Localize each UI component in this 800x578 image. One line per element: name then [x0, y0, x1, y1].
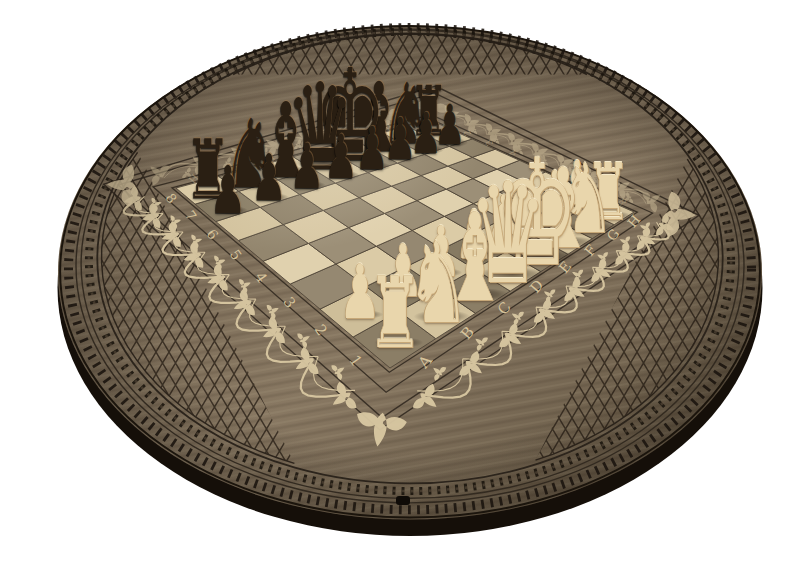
round-chess-board: A1A1B2B2C3C3D4D4E5E5F6F6G7G7H8H8 — [0, 0, 800, 578]
photo-canvas: A1A1B2B2C3C3D4D4E5E5F6F6G7G7H8H8 ♜♞♟♝♟♚♟… — [0, 0, 800, 578]
hinge-pin — [396, 496, 410, 505]
edge-vignette — [58, 26, 762, 520]
